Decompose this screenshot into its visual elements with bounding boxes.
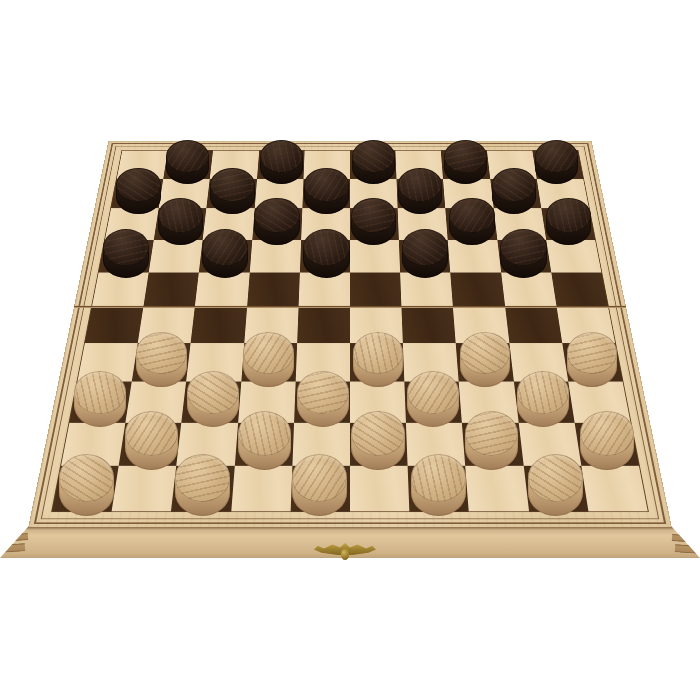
square-r6c5[interactable] <box>297 307 350 343</box>
piece-top-face <box>297 371 349 415</box>
dark-piece-r3c6[interactable] <box>351 198 397 245</box>
square-r10c10[interactable] <box>581 466 648 512</box>
draughts-photo-scene <box>0 0 700 700</box>
dark-piece-r1c10[interactable] <box>535 140 578 184</box>
light-piece-r9c6[interactable] <box>351 411 405 470</box>
piece-top-face <box>59 454 114 501</box>
piece-top-face <box>528 454 583 501</box>
piece-top-face <box>210 168 254 202</box>
light-piece-r7c10[interactable] <box>567 332 618 387</box>
light-piece-r7c2[interactable] <box>136 332 187 387</box>
piece-top-face <box>243 332 294 374</box>
square-r5c2[interactable] <box>144 272 200 307</box>
light-piece-r7c4[interactable] <box>243 332 294 387</box>
dark-piece-r4c1[interactable] <box>103 229 150 278</box>
finger-joint-right <box>675 544 700 554</box>
light-piece-r8c1[interactable] <box>74 371 126 428</box>
square-r6c1[interactable] <box>85 307 144 343</box>
piece-top-face <box>567 332 618 374</box>
piece-top-face <box>580 411 634 456</box>
finger-joint-left <box>1 533 28 542</box>
dark-piece-r1c4[interactable] <box>260 140 303 184</box>
piece-top-face <box>407 371 459 415</box>
finger-joint-right <box>672 534 699 543</box>
piece-top-face <box>535 140 578 173</box>
front-edge-shadow <box>0 527 700 530</box>
piece-top-face <box>136 332 187 374</box>
light-piece-r10c1[interactable] <box>59 454 114 516</box>
dark-piece-r2c3[interactable] <box>210 168 254 213</box>
light-piece-r10c7[interactable] <box>411 454 466 516</box>
light-piece-r8c7[interactable] <box>407 371 459 428</box>
light-piece-r10c3[interactable] <box>175 454 230 516</box>
dark-piece-r3c8[interactable] <box>449 198 495 245</box>
piece-top-face <box>449 198 495 233</box>
piece-top-face <box>352 140 395 173</box>
dark-piece-r1c2[interactable] <box>166 140 209 184</box>
square-r10c2[interactable] <box>112 466 177 512</box>
piece-top-face <box>460 332 511 374</box>
piece-top-face <box>444 140 487 173</box>
light-piece-r7c6[interactable] <box>353 332 404 387</box>
piece-top-face <box>260 140 303 173</box>
square-r5c6[interactable] <box>350 272 402 307</box>
piece-top-face <box>202 229 249 266</box>
brass-clasp-knob <box>341 549 349 560</box>
piece-top-face <box>303 229 350 266</box>
piece-top-face <box>175 454 230 501</box>
dark-piece-r4c7[interactable] <box>402 229 449 278</box>
dark-piece-r2c5[interactable] <box>304 168 348 213</box>
square-r5c4[interactable] <box>247 272 300 307</box>
piece-top-face <box>411 454 466 501</box>
dark-piece-r2c9[interactable] <box>492 168 536 213</box>
piece-top-face <box>166 140 209 173</box>
dark-piece-r4c3[interactable] <box>202 229 249 278</box>
square-r6c9[interactable] <box>505 307 562 343</box>
piece-top-face <box>351 411 405 456</box>
piece-top-face <box>103 229 150 266</box>
piece-top-face <box>353 332 404 374</box>
piece-top-face <box>187 371 239 415</box>
dark-piece-r3c2[interactable] <box>158 198 204 245</box>
dark-piece-r4c5[interactable] <box>303 229 350 278</box>
light-piece-r9c2[interactable] <box>125 411 179 470</box>
dark-piece-r4c9[interactable] <box>500 229 547 278</box>
piece-top-face <box>74 371 126 415</box>
light-piece-r8c9[interactable] <box>517 371 569 428</box>
square-r10c8[interactable] <box>466 466 529 512</box>
light-piece-r9c10[interactable] <box>580 411 634 470</box>
light-piece-r9c4[interactable] <box>238 411 292 470</box>
piece-top-face <box>402 229 449 266</box>
square-r6c3[interactable] <box>191 307 247 343</box>
light-piece-r9c8[interactable] <box>465 411 519 470</box>
light-piece-r10c5[interactable] <box>292 454 347 516</box>
light-piece-r7c8[interactable] <box>460 332 511 387</box>
piece-top-face <box>292 454 347 501</box>
piece-top-face <box>254 198 300 233</box>
piece-top-face <box>517 371 569 415</box>
square-r10c6[interactable] <box>350 466 410 512</box>
square-r6c7[interactable] <box>402 307 456 343</box>
piece-top-face <box>304 168 348 202</box>
dark-piece-r3c4[interactable] <box>254 198 300 245</box>
dark-piece-r2c7[interactable] <box>398 168 442 213</box>
dark-piece-r1c6[interactable] <box>352 140 395 184</box>
light-piece-r10c9[interactable] <box>528 454 583 516</box>
dark-piece-r2c1[interactable] <box>116 168 160 213</box>
square-r5c10[interactable] <box>551 272 608 307</box>
finger-joint-left <box>0 543 25 553</box>
piece-top-face <box>546 198 592 233</box>
piece-top-face <box>116 168 160 202</box>
light-piece-r8c5[interactable] <box>297 371 349 428</box>
dark-piece-r1c8[interactable] <box>444 140 487 184</box>
square-r10c4[interactable] <box>231 466 292 512</box>
piece-top-face <box>500 229 547 266</box>
piece-top-face <box>351 198 397 233</box>
dark-piece-r3c10[interactable] <box>546 198 592 245</box>
light-piece-r8c3[interactable] <box>187 371 239 428</box>
